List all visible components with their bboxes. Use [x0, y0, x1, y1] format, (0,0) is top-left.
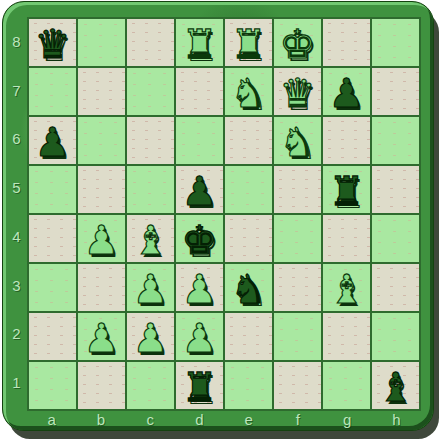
- white-knight: ♞: [280, 122, 316, 162]
- white-king: ♚: [280, 24, 316, 64]
- square-a5[interactable]: [29, 166, 76, 213]
- white-rook: ♜: [231, 24, 267, 64]
- black-bishop: ♝: [378, 367, 414, 407]
- square-b6[interactable]: [78, 117, 125, 164]
- white-pawn: ♟: [133, 269, 169, 309]
- black-king: ♚: [182, 220, 218, 260]
- square-e2[interactable]: [225, 313, 272, 360]
- square-c8[interactable]: [127, 19, 174, 66]
- rank-label-7: 7: [6, 66, 27, 115]
- black-pawn: ♟: [182, 171, 218, 211]
- rank-label-3: 3: [6, 261, 27, 310]
- square-c3[interactable]: ♟: [127, 264, 174, 311]
- square-e4[interactable]: [225, 215, 272, 262]
- square-e8[interactable]: ♜: [225, 19, 272, 66]
- square-d2[interactable]: ♟: [176, 313, 223, 360]
- square-h6[interactable]: [372, 117, 419, 164]
- square-b8[interactable]: [78, 19, 125, 66]
- square-f6[interactable]: ♞: [274, 117, 321, 164]
- square-g3[interactable]: ♝: [323, 264, 370, 311]
- black-knight: ♞: [231, 269, 267, 309]
- white-knight: ♞: [231, 73, 267, 113]
- rank-labels: 87654321: [6, 17, 27, 407]
- square-a6[interactable]: ♟: [29, 117, 76, 164]
- square-h3[interactable]: [372, 264, 419, 311]
- white-bishop: ♝: [329, 269, 365, 309]
- file-label-d: d: [175, 408, 224, 431]
- white-pawn: ♟: [84, 220, 120, 260]
- square-a7[interactable]: [29, 68, 76, 115]
- square-d7[interactable]: [176, 68, 223, 115]
- square-a2[interactable]: [29, 313, 76, 360]
- square-a3[interactable]: [29, 264, 76, 311]
- square-g7[interactable]: ♟: [323, 68, 370, 115]
- rank-label-6: 6: [6, 115, 27, 164]
- square-g2[interactable]: [323, 313, 370, 360]
- rank-label-8: 8: [6, 17, 27, 66]
- square-b7[interactable]: [78, 68, 125, 115]
- square-f2[interactable]: [274, 313, 321, 360]
- square-h1[interactable]: ♝: [372, 362, 419, 409]
- square-b2[interactable]: ♟: [78, 313, 125, 360]
- square-h8[interactable]: [372, 19, 419, 66]
- square-f1[interactable]: [274, 362, 321, 409]
- file-label-g: g: [323, 408, 372, 431]
- chess-app-window: 87654321 ♛♜♜♚♞♛♟♟♞♟♜♟♝♚♟♟♞♝♟♟♟♜♝ abcdefg…: [0, 0, 444, 442]
- black-rook: ♜: [329, 171, 365, 211]
- square-c1[interactable]: [127, 362, 174, 409]
- square-g5[interactable]: ♜: [323, 166, 370, 213]
- white-queen: ♛: [280, 73, 316, 113]
- square-f7[interactable]: ♛: [274, 68, 321, 115]
- square-a1[interactable]: [29, 362, 76, 409]
- square-h5[interactable]: [372, 166, 419, 213]
- file-label-e: e: [224, 408, 273, 431]
- board-frame: 87654321 ♛♜♜♚♞♛♟♟♞♟♜♟♝♚♟♟♞♝♟♟♟♜♝ abcdefg…: [2, 1, 434, 431]
- white-rook: ♜: [182, 24, 218, 64]
- black-pawn: ♟: [329, 73, 365, 113]
- square-d6[interactable]: [176, 117, 223, 164]
- white-bishop: ♝: [133, 220, 169, 260]
- square-h4[interactable]: [372, 215, 419, 262]
- rank-label-2: 2: [6, 310, 27, 359]
- square-f5[interactable]: [274, 166, 321, 213]
- square-b3[interactable]: [78, 264, 125, 311]
- white-pawn: ♟: [84, 318, 120, 358]
- square-c5[interactable]: [127, 166, 174, 213]
- file-label-f: f: [273, 408, 322, 431]
- rank-label-5: 5: [6, 163, 27, 212]
- square-a8[interactable]: ♛: [29, 19, 76, 66]
- square-d4[interactable]: ♚: [176, 215, 223, 262]
- white-pawn: ♟: [182, 269, 218, 309]
- square-c2[interactable]: ♟: [127, 313, 174, 360]
- square-f4[interactable]: [274, 215, 321, 262]
- white-pawn: ♟: [133, 318, 169, 358]
- square-h7[interactable]: [372, 68, 419, 115]
- file-label-c: c: [126, 408, 175, 431]
- square-c4[interactable]: ♝: [127, 215, 174, 262]
- rank-label-4: 4: [6, 212, 27, 261]
- white-pawn: ♟: [182, 318, 218, 358]
- square-c6[interactable]: [127, 117, 174, 164]
- file-label-h: h: [372, 408, 421, 431]
- square-c7[interactable]: [127, 68, 174, 115]
- square-e1[interactable]: [225, 362, 272, 409]
- black-pawn: ♟: [35, 122, 71, 162]
- square-d3[interactable]: ♟: [176, 264, 223, 311]
- square-g4[interactable]: [323, 215, 370, 262]
- rank-label-1: 1: [6, 358, 27, 407]
- square-h2[interactable]: [372, 313, 419, 360]
- square-d5[interactable]: ♟: [176, 166, 223, 213]
- chess-board: ♛♜♜♚♞♛♟♟♞♟♜♟♝♚♟♟♞♝♟♟♟♜♝: [27, 17, 421, 411]
- square-a4[interactable]: [29, 215, 76, 262]
- square-g8[interactable]: [323, 19, 370, 66]
- square-f8[interactable]: ♚: [274, 19, 321, 66]
- square-d8[interactable]: ♜: [176, 19, 223, 66]
- square-g1[interactable]: [323, 362, 370, 409]
- black-queen: ♛: [35, 24, 71, 64]
- square-e7[interactable]: ♞: [225, 68, 272, 115]
- file-label-b: b: [76, 408, 125, 431]
- square-e6[interactable]: [225, 117, 272, 164]
- square-e3[interactable]: ♞: [225, 264, 272, 311]
- file-labels: abcdefgh: [27, 408, 421, 431]
- square-f3[interactable]: [274, 264, 321, 311]
- square-g6[interactable]: [323, 117, 370, 164]
- square-d1[interactable]: ♜: [176, 362, 223, 409]
- square-b5[interactable]: [78, 166, 125, 213]
- square-b4[interactable]: ♟: [78, 215, 125, 262]
- black-rook: ♜: [182, 367, 218, 407]
- square-b1[interactable]: [78, 362, 125, 409]
- square-e5[interactable]: [225, 166, 272, 213]
- file-label-a: a: [27, 408, 76, 431]
